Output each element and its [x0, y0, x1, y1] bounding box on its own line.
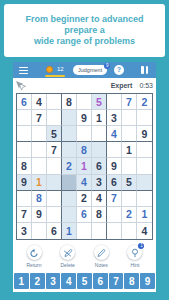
cell-r1c4[interactable]: 8: [62, 94, 77, 110]
app-screenshot: 12 Judgment 9 ? Expert 0:53 648572791354…: [13, 62, 156, 292]
notes-label: Notes: [95, 262, 108, 268]
cell-r1c7[interactable]: [107, 94, 122, 110]
cell-r3c5[interactable]: [77, 126, 92, 142]
cell-r9c8[interactable]: [122, 223, 137, 239]
cell-r5c4[interactable]: 2: [62, 158, 77, 174]
status-text: Expert 0:53: [111, 82, 153, 89]
difficulty-label: Expert: [111, 82, 133, 89]
cell-r5c2[interactable]: [32, 158, 47, 174]
cell-r5c3[interactable]: [47, 158, 62, 174]
delete-label: Delete: [60, 262, 74, 268]
numpad-key-4[interactable]: 4: [61, 273, 76, 289]
cell-r6c9[interactable]: [137, 175, 152, 191]
cell-r4c4[interactable]: [62, 142, 77, 158]
cell-r7c9[interactable]: [137, 191, 152, 207]
cell-r5c6[interactable]: 6: [92, 158, 107, 174]
cell-r3c1[interactable]: [17, 126, 32, 142]
cell-r7c6[interactable]: 4: [92, 191, 107, 207]
cell-r5c7[interactable]: 9: [107, 158, 122, 174]
cell-r2c7[interactable]: 3: [107, 110, 122, 126]
cell-r7c7[interactable]: 7: [107, 191, 122, 207]
cell-r2c4[interactable]: [62, 110, 77, 126]
numpad-key-9[interactable]: 9: [140, 273, 155, 289]
cursor-icon: [15, 80, 27, 92]
cell-r1c5[interactable]: [77, 94, 92, 110]
cell-r9c9[interactable]: 4: [137, 223, 152, 239]
pause-button[interactable]: [141, 66, 148, 74]
cell-r2c8[interactable]: [122, 110, 137, 126]
cell-r6c1[interactable]: 9: [17, 175, 32, 191]
numpad-key-6[interactable]: 6: [93, 273, 108, 289]
sudoku-board: 6485727913549781821699143658247796821361…: [16, 93, 153, 240]
timer: 0:53: [139, 82, 153, 89]
hint-button[interactable]: 1 Hint: [124, 245, 146, 268]
numpad-key-5[interactable]: 5: [77, 273, 92, 289]
cell-r4c5[interactable]: 8: [77, 142, 92, 158]
numpad-key-1[interactable]: 1: [14, 273, 29, 289]
coin-progress-bar: [45, 75, 65, 77]
cell-r9c7[interactable]: [107, 223, 122, 239]
cell-r6c8[interactable]: 5: [122, 175, 137, 191]
cell-r8c5[interactable]: 6: [77, 207, 92, 223]
cell-r6c3[interactable]: [47, 175, 62, 191]
cell-r7c8[interactable]: [122, 191, 137, 207]
lightbulb-icon: 1: [127, 245, 142, 260]
delete-button[interactable]: Delete: [57, 245, 79, 268]
cell-r8c1[interactable]: 7: [17, 207, 32, 223]
cell-r7c3[interactable]: [47, 191, 62, 207]
cell-r4c9[interactable]: [137, 142, 152, 158]
cell-r3c7[interactable]: 4: [107, 126, 122, 142]
cell-r2c9[interactable]: [137, 110, 152, 126]
cell-r3c2[interactable]: [32, 126, 47, 142]
cell-r4c8[interactable]: 1: [122, 142, 137, 158]
cell-r7c5[interactable]: 2: [77, 191, 92, 207]
cell-r9c2[interactable]: [32, 223, 47, 239]
cell-r7c1[interactable]: [17, 191, 32, 207]
cell-r1c8[interactable]: 7: [122, 94, 137, 110]
cell-r3c8[interactable]: [122, 126, 137, 142]
cell-r2c5[interactable]: 9: [77, 110, 92, 126]
numpad-key-8[interactable]: 8: [124, 273, 139, 289]
return-label: Return: [26, 262, 41, 268]
cell-r9c5[interactable]: [77, 223, 92, 239]
cell-r6c5[interactable]: 4: [77, 175, 92, 191]
coin-icon: [46, 66, 53, 73]
judgment-badge: 9: [104, 63, 110, 69]
cell-r8c8[interactable]: 2: [122, 207, 137, 223]
cell-r2c1[interactable]: [17, 110, 32, 126]
cell-r1c1[interactable]: 6: [17, 94, 32, 110]
cell-r1c3[interactable]: [47, 94, 62, 110]
cell-r8c2[interactable]: 9: [32, 207, 47, 223]
cell-r1c9[interactable]: 2: [137, 94, 152, 110]
cell-r2c3[interactable]: [47, 110, 62, 126]
judgment-label: Judgment: [78, 67, 102, 73]
cell-r7c2[interactable]: 8: [32, 191, 47, 207]
cell-r1c6[interactable]: 5: [92, 94, 107, 110]
undo-icon: [27, 245, 42, 260]
cell-r5c8[interactable]: [122, 158, 137, 174]
cell-r1c2[interactable]: 4: [32, 94, 47, 110]
cell-r4c1[interactable]: [17, 142, 32, 158]
hamburger-menu-icon[interactable]: [19, 67, 28, 76]
notes-button[interactable]: Notes: [90, 245, 112, 268]
cell-r3c3[interactable]: 5: [47, 126, 62, 142]
cell-r9c4[interactable]: 1: [62, 223, 77, 239]
judgment-button[interactable]: Judgment 9: [73, 65, 107, 75]
promo-line-3: wide range of problems: [34, 36, 135, 47]
cell-r4c2[interactable]: [32, 142, 47, 158]
cell-r9c3[interactable]: 6: [47, 223, 62, 239]
cell-r4c7[interactable]: [107, 142, 122, 158]
status-row: Expert 0:53: [13, 78, 156, 93]
cell-r6c4[interactable]: [62, 175, 77, 191]
cell-r5c5[interactable]: 1: [77, 158, 92, 174]
cell-r5c1[interactable]: 8: [17, 158, 32, 174]
promo-line-2: prepare a: [64, 25, 105, 36]
help-button[interactable]: ?: [114, 65, 124, 75]
hint-label: Hint: [131, 262, 140, 268]
cell-r9c1[interactable]: 3: [17, 223, 32, 239]
return-button[interactable]: Return: [23, 245, 45, 268]
number-pad: 123456789: [14, 273, 155, 289]
numpad-key-7[interactable]: 7: [109, 273, 124, 289]
cell-r2c2[interactable]: 7: [32, 110, 47, 126]
numpad-key-2[interactable]: 2: [30, 273, 45, 289]
cell-r3c6[interactable]: [92, 126, 107, 142]
cell-r9c6[interactable]: [92, 223, 107, 239]
numpad-key-3[interactable]: 3: [46, 273, 61, 289]
cell-r2c6[interactable]: 1: [92, 110, 107, 126]
cell-r7c4[interactable]: [62, 191, 77, 207]
cell-r4c6[interactable]: [92, 142, 107, 158]
cell-r3c9[interactable]: 9: [137, 126, 152, 142]
eraser-icon: [60, 245, 75, 260]
hint-badge: 1: [138, 243, 144, 249]
promo-line-1: From beginner to advanced: [25, 14, 143, 25]
cell-r8c4[interactable]: [62, 207, 77, 223]
cell-r8c6[interactable]: 8: [92, 207, 107, 223]
cell-r8c3[interactable]: [47, 207, 62, 223]
promo-banner: From beginner to advanced prepare a wide…: [4, 4, 165, 57]
toolbar: Return Delete Notes: [13, 245, 156, 268]
pencil-icon: [94, 245, 109, 260]
cell-r6c6[interactable]: 3: [92, 175, 107, 191]
cell-r8c7[interactable]: [107, 207, 122, 223]
coin-count: 12: [57, 66, 64, 72]
app-bar: 12 Judgment 9 ?: [13, 62, 156, 78]
cell-r6c2[interactable]: 1: [32, 175, 47, 191]
cell-r8c9[interactable]: 1: [137, 207, 152, 223]
cell-r3c4[interactable]: [62, 126, 77, 142]
cell-r6c7[interactable]: 6: [107, 175, 122, 191]
cell-r4c3[interactable]: 7: [47, 142, 62, 158]
cell-r5c9[interactable]: [137, 158, 152, 174]
